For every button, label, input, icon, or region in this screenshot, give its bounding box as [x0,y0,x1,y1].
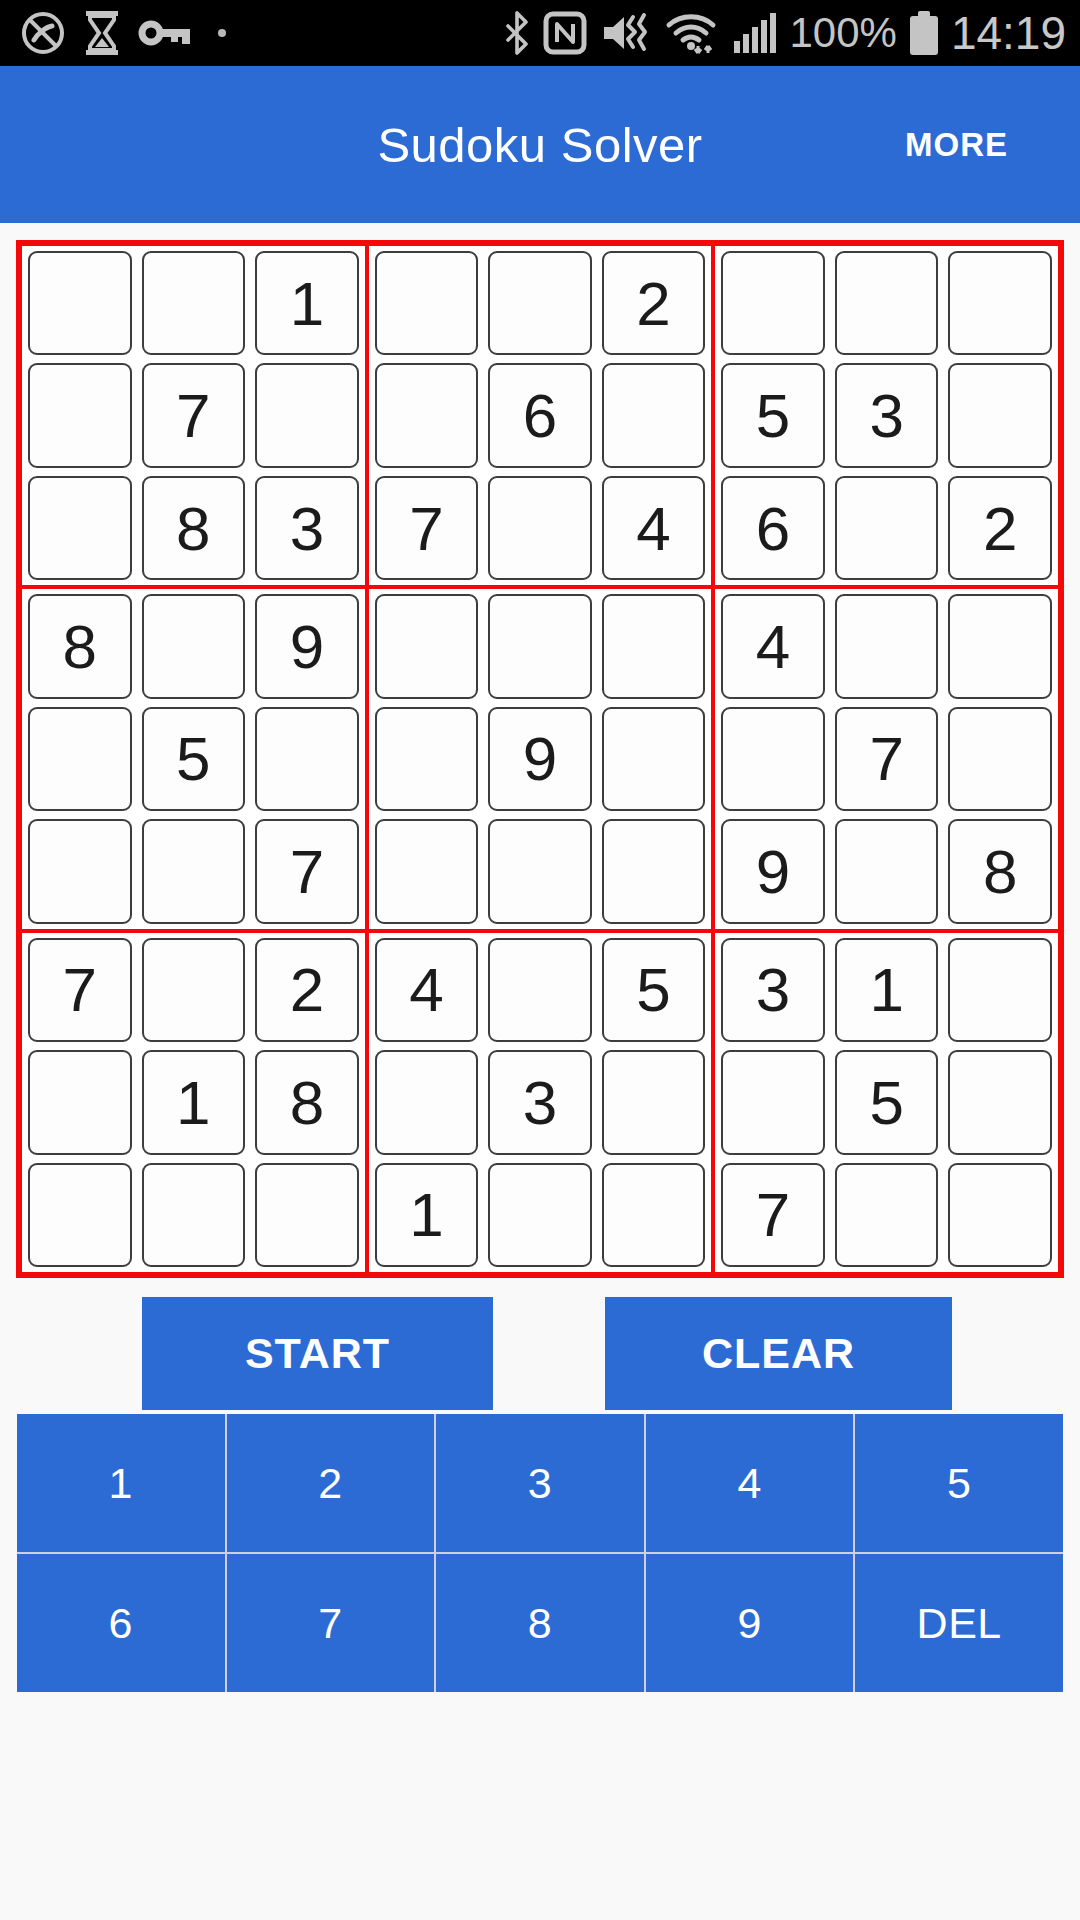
cell-r7c2[interactable] [142,938,246,1042]
box-1-2: 2674 [367,244,714,587]
cell-r8c7[interactable] [721,1050,825,1154]
cell-r2c9[interactable] [948,363,1052,467]
numpad-key-9[interactable]: 9 [646,1554,854,1692]
cell-r1c5[interactable] [488,251,592,355]
cell-r8c3[interactable]: 8 [255,1050,359,1154]
cell-r4c1[interactable]: 8 [28,594,132,698]
cell-r6c5[interactable] [488,819,592,923]
cell-r8c9[interactable] [948,1050,1052,1154]
box-1-3: 5362 [713,244,1060,587]
notification-dot [218,29,226,37]
cell-r1c7[interactable] [721,251,825,355]
cell-r7c9[interactable] [948,938,1052,1042]
cell-r1c6[interactable]: 2 [602,251,706,355]
cell-r6c9[interactable]: 8 [948,819,1052,923]
cell-r7c8[interactable]: 1 [835,938,939,1042]
cell-r9c1[interactable] [28,1163,132,1267]
cell-r6c2[interactable] [142,819,246,923]
box-2-2: 9 [367,587,714,930]
more-menu-button[interactable]: MORE [905,66,1008,223]
cell-r7c5[interactable] [488,938,592,1042]
cell-r2c2[interactable]: 7 [142,363,246,467]
box-3-1: 7218 [20,931,367,1274]
cell-r3c2[interactable]: 8 [142,476,246,580]
cell-r4c6[interactable] [602,594,706,698]
status-right: 100% 14:19 [504,0,1066,66]
cell-r1c8[interactable] [835,251,939,355]
screen: 100% 14:19 Sudoku Solver MORE 1783267453… [0,0,1080,1920]
cell-r9c5[interactable] [488,1163,592,1267]
cell-r2c4[interactable] [375,363,479,467]
cell-r5c4[interactable] [375,707,479,811]
cell-r2c1[interactable] [28,363,132,467]
box-3-2: 4531 [367,931,714,1274]
numpad-key-2[interactable]: 2 [227,1414,435,1552]
cell-r7c7[interactable]: 3 [721,938,825,1042]
cell-r2c8[interactable]: 3 [835,363,939,467]
cell-r3c9[interactable]: 2 [948,476,1052,580]
cell-r4c5[interactable] [488,594,592,698]
cell-r6c8[interactable] [835,819,939,923]
cell-r7c3[interactable]: 2 [255,938,359,1042]
cell-r9c6[interactable] [602,1163,706,1267]
wifi-icon [665,10,721,56]
cell-r5c5[interactable]: 9 [488,707,592,811]
cell-r4c4[interactable] [375,594,479,698]
cell-r5c9[interactable] [948,707,1052,811]
cell-r9c2[interactable] [142,1163,246,1267]
cell-r2c6[interactable] [602,363,706,467]
cell-r5c2[interactable]: 5 [142,707,246,811]
hourglass-icon [82,9,122,57]
start-button[interactable]: START [142,1297,493,1410]
cell-r5c3[interactable] [255,707,359,811]
nfc-icon [543,11,587,55]
cell-r4c8[interactable] [835,594,939,698]
battery-percent: 100% [789,9,896,57]
cell-r3c7[interactable]: 6 [721,476,825,580]
app-bar: Sudoku Solver MORE [0,66,1080,223]
cell-r8c1[interactable] [28,1050,132,1154]
status-left-icons [20,0,226,66]
numpad-key-1[interactable]: 1 [17,1414,225,1552]
numpad-key-7[interactable]: 7 [227,1554,435,1692]
cell-r1c4[interactable] [375,251,479,355]
cell-r5c1[interactable] [28,707,132,811]
cell-r5c6[interactable] [602,707,706,811]
cell-r8c8[interactable]: 5 [835,1050,939,1154]
cell-r9c9[interactable] [948,1163,1052,1267]
call-blocked-icon [20,10,66,56]
numpad-key-3[interactable]: 3 [436,1414,644,1552]
cell-r6c4[interactable] [375,819,479,923]
battery-icon [910,11,938,55]
cell-r3c1[interactable] [28,476,132,580]
cell-r5c8[interactable]: 7 [835,707,939,811]
cell-r9c4[interactable]: 1 [375,1163,479,1267]
cell-r8c4[interactable] [375,1050,479,1154]
cell-r1c9[interactable] [948,251,1052,355]
cell-r5c7[interactable] [721,707,825,811]
signal-icon [734,13,776,53]
cell-r8c5[interactable]: 3 [488,1050,592,1154]
cell-r7c4[interactable]: 4 [375,938,479,1042]
numpad-key-4[interactable]: 4 [646,1414,854,1552]
cell-r9c3[interactable] [255,1163,359,1267]
cell-r3c3[interactable]: 3 [255,476,359,580]
cell-r6c1[interactable] [28,819,132,923]
cell-r8c6[interactable] [602,1050,706,1154]
cell-r9c8[interactable] [835,1163,939,1267]
cell-r3c4[interactable]: 7 [375,476,479,580]
box-1-1: 1783 [20,244,367,587]
cell-r2c7[interactable]: 5 [721,363,825,467]
box-2-1: 8957 [20,587,367,930]
clear-button[interactable]: CLEAR [605,1297,952,1410]
cell-r6c7[interactable]: 9 [721,819,825,923]
cell-r4c9[interactable] [948,594,1052,698]
clock: 14:19 [951,6,1066,60]
mute-vibrate-icon [600,11,652,55]
cell-r3c6[interactable]: 4 [602,476,706,580]
cell-r4c7[interactable]: 4 [721,594,825,698]
cell-r7c1[interactable]: 7 [28,938,132,1042]
cell-r1c2[interactable] [142,251,246,355]
cell-r2c3[interactable] [255,363,359,467]
cell-r4c2[interactable] [142,594,246,698]
cell-r8c2[interactable]: 1 [142,1050,246,1154]
cell-r6c3[interactable]: 7 [255,819,359,923]
cell-r3c8[interactable] [835,476,939,580]
status-bar: 100% 14:19 [0,0,1080,66]
cell-r9c7[interactable]: 7 [721,1163,825,1267]
cell-r6c6[interactable] [602,819,706,923]
sudoku-board: 178326745362895794798721845313157 [16,240,1064,1278]
bluetooth-icon [504,11,530,55]
box-3-3: 3157 [713,931,1060,1274]
cell-r2c5[interactable]: 6 [488,363,592,467]
key-icon [138,13,194,53]
cell-r4c3[interactable]: 9 [255,594,359,698]
numpad-key-8[interactable]: 8 [436,1554,644,1692]
cell-r1c1[interactable] [28,251,132,355]
cell-r1c3[interactable]: 1 [255,251,359,355]
numpad-key-6[interactable]: 6 [17,1554,225,1692]
numpad: 123456789DEL [17,1414,1063,1692]
numpad-key-del[interactable]: DEL [855,1554,1063,1692]
numpad-key-5[interactable]: 5 [855,1414,1063,1552]
box-2-3: 4798 [713,587,1060,930]
cell-r3c5[interactable] [488,476,592,580]
cell-r7c6[interactable]: 5 [602,938,706,1042]
